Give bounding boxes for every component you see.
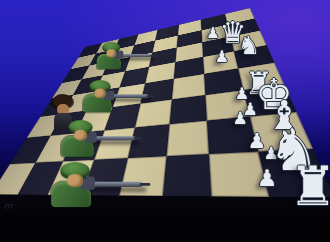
white-pawn-g2[interactable]: ♟ bbox=[257, 167, 278, 190]
soldier-b5[interactable] bbox=[82, 80, 143, 112]
soldier-face bbox=[106, 49, 116, 57]
rifle-icon bbox=[107, 94, 149, 98]
rifle-icon bbox=[117, 54, 152, 57]
soldier-face bbox=[67, 174, 83, 187]
soldier-b1[interactable] bbox=[50, 162, 134, 207]
soldier-face bbox=[94, 89, 105, 99]
white-rook-h1[interactable]: ♜ bbox=[289, 160, 330, 214]
soldier-b7[interactable] bbox=[96, 42, 147, 69]
artwork-canvas: m ♟♛♞♟♜♟♚♟♟♝♟♟♞♟♜ bbox=[0, 0, 330, 242]
soldier-face bbox=[74, 130, 87, 141]
white-pawn-g8[interactable]: ♟ bbox=[206, 26, 219, 41]
white-pawn-g7[interactable]: ♟ bbox=[215, 49, 229, 65]
white-knight-h7[interactable]: ♞ bbox=[238, 33, 260, 58]
pieces-layer: ♟♛♞♟♜♟♚♟♟♝♟♟♞♟♜ bbox=[0, 0, 330, 242]
soldier-b3[interactable] bbox=[60, 120, 129, 157]
rifle-icon bbox=[88, 136, 136, 140]
white-pawn-f5[interactable]: ♟ bbox=[232, 110, 247, 127]
rifle-icon bbox=[84, 182, 142, 187]
